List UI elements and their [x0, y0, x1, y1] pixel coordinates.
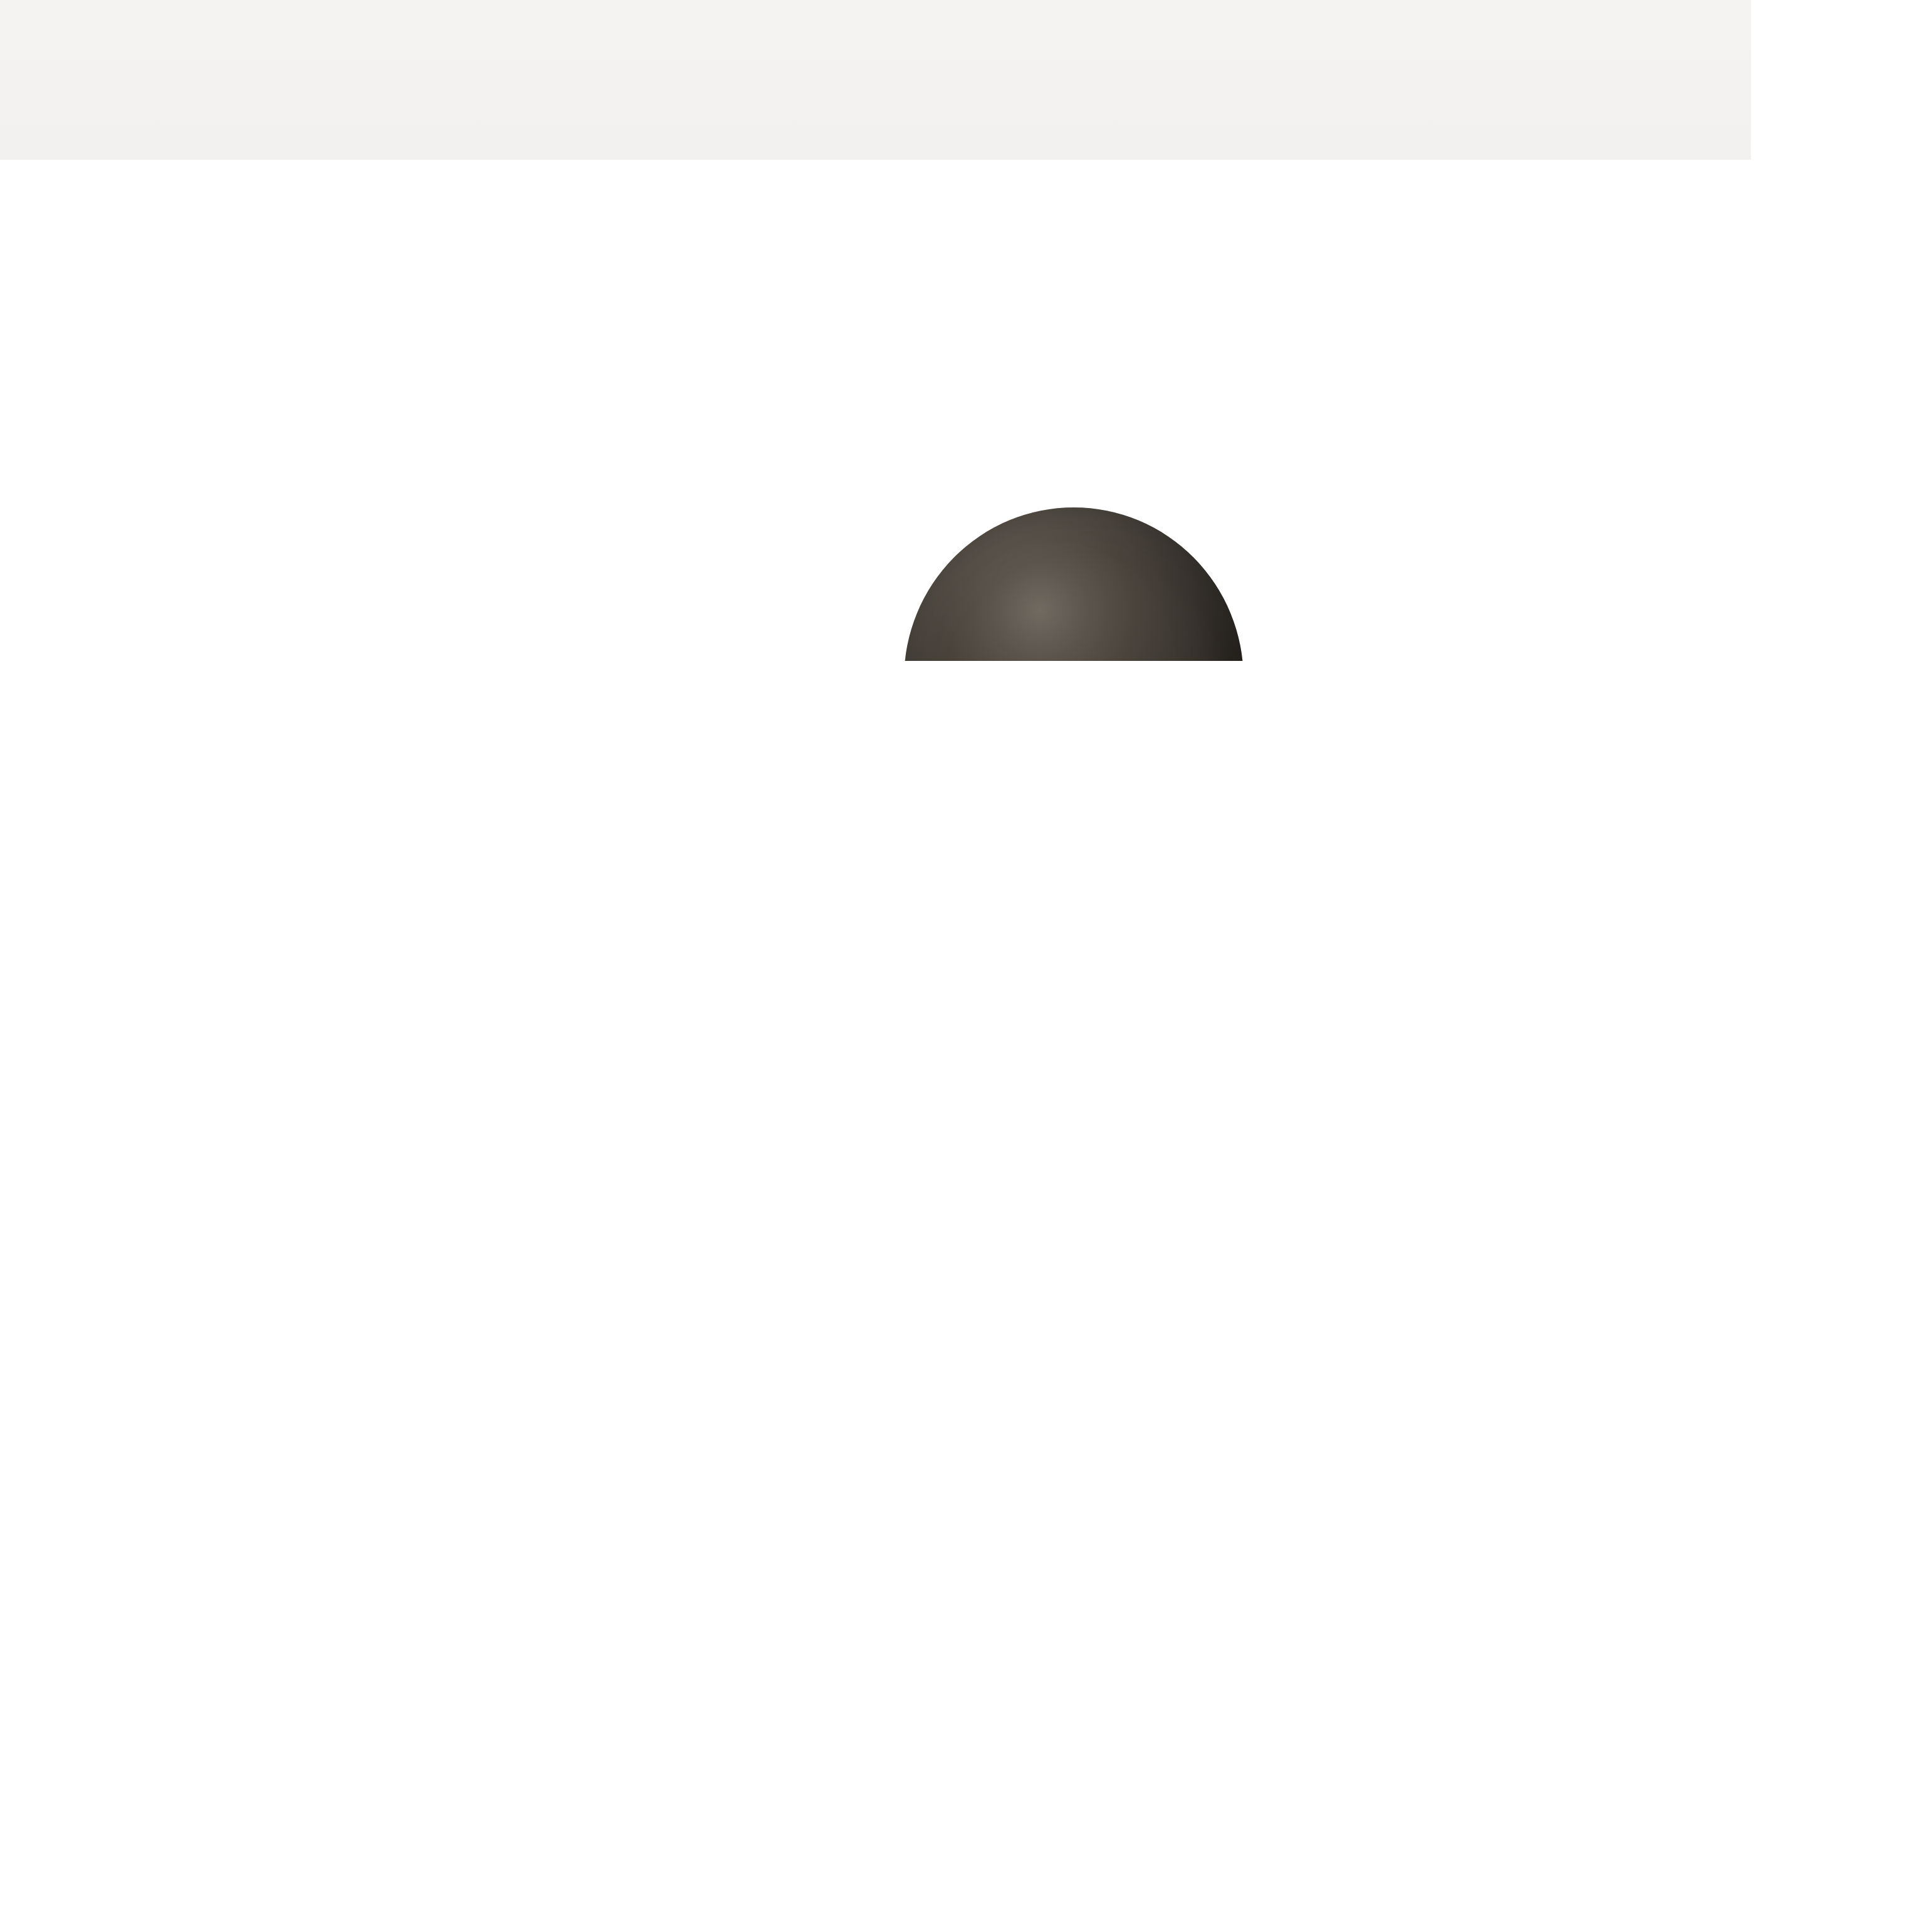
- bottom-white-band: [0, 1783, 1932, 1932]
- square-d6: [0, 920, 707, 1100]
- square-d7: [0, 785, 754, 920]
- square-d5: [0, 1099, 644, 1354]
- pawn-head-ball: [904, 507, 1244, 851]
- square-f7: [1395, 785, 1932, 920]
- black-pawn: ♟: [730, 501, 1419, 1691]
- square-f8: [1359, 680, 1932, 784]
- square-f6: [1442, 920, 1932, 1100]
- pawn-base-ring: [767, 1552, 1381, 1625]
- square-d8: [112, 680, 790, 784]
- product-photo: ♟: [0, 0, 1932, 1932]
